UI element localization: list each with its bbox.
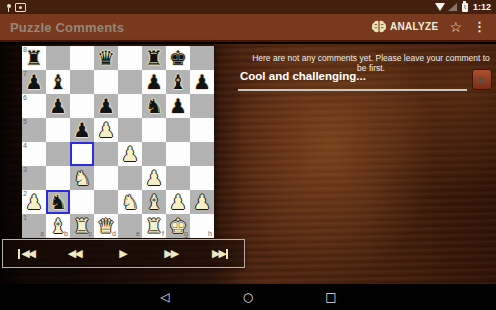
square-h8[interactable] [190, 46, 214, 70]
square-b4[interactable] [46, 142, 70, 166]
square-e5[interactable] [118, 118, 142, 142]
square-g5[interactable] [166, 118, 190, 142]
star-icon: ☆ [449, 19, 462, 35]
square-b6[interactable]: ♟ [46, 94, 70, 118]
black-knight-f6: ♞ [142, 94, 166, 118]
android-home-button[interactable]: ○ [241, 291, 255, 303]
page-title: Puzzle Comments [10, 20, 124, 35]
white-pawn-f3: ♟ [142, 166, 166, 190]
black-pawn-a7: ♟ [22, 70, 46, 94]
square-f1[interactable]: f♜ [142, 214, 166, 238]
android-back-button[interactable]: ◁ [158, 291, 172, 303]
square-c6[interactable] [70, 94, 94, 118]
analyze-button[interactable]: ANALYZE [371, 20, 438, 33]
square-e2[interactable]: ♞ [118, 190, 142, 214]
white-rook-c1: ♜ [70, 214, 94, 238]
square-g2[interactable]: ♟ [166, 190, 190, 214]
square-f2[interactable]: ♝ [142, 190, 166, 214]
square-d7[interactable] [94, 70, 118, 94]
square-g4[interactable] [166, 142, 190, 166]
wifi-icon [435, 3, 445, 11]
black-pawn-d6: ♟ [94, 94, 118, 118]
square-b1[interactable]: b♝ [46, 214, 70, 238]
rank-label-6: 6 [23, 94, 27, 102]
square-a5[interactable]: 5 [22, 118, 46, 142]
square-b7[interactable]: ♝ [46, 70, 70, 94]
white-king-g1: ♚ [166, 214, 190, 238]
square-h3[interactable] [190, 166, 214, 190]
square-c7[interactable] [70, 70, 94, 94]
step-forward-icon: ▶▶ [164, 248, 179, 259]
square-g7[interactable]: ♝ [166, 70, 190, 94]
white-pawn-a2: ♟ [22, 190, 46, 214]
square-f3[interactable]: ♟ [142, 166, 166, 190]
square-a7[interactable]: 7♟ [22, 70, 46, 94]
white-bishop-f2: ♝ [142, 190, 166, 214]
square-a2[interactable]: 2♟ [22, 190, 46, 214]
square-c2[interactable] [70, 190, 94, 214]
file-label-a: a [40, 230, 44, 238]
white-queen-d1: ♛ [94, 214, 118, 238]
square-d3[interactable] [94, 166, 118, 190]
square-h5[interactable] [190, 118, 214, 142]
send-arrow-icon: ▶ [478, 75, 486, 85]
rank-label-3: 3 [23, 166, 27, 174]
play-button[interactable]: ▶ [99, 240, 147, 267]
skip-to-end-button[interactable]: ▶▶ [196, 240, 244, 267]
pin-notification-icon [7, 4, 11, 8]
square-c4[interactable] [70, 142, 94, 166]
black-pawn-h7: ♟ [190, 70, 214, 94]
skip-to-start-icon: ◀◀ [21, 248, 36, 259]
black-pawn-g6: ♟ [166, 94, 190, 118]
square-b2[interactable]: ♞ [46, 190, 70, 214]
clock-time: 1:12 [473, 2, 491, 12]
android-navigation-bar: ◁ ○ □ [0, 284, 496, 310]
file-label-e: e [136, 230, 140, 238]
square-f8[interactable]: ♜ [142, 46, 166, 70]
step-back-button[interactable]: ◀◀ [51, 240, 99, 267]
recents-square-icon: □ [325, 290, 336, 304]
white-bishop-b1: ♝ [46, 214, 70, 238]
square-g8[interactable]: ♚ [166, 46, 190, 70]
comment-input-row: ▶ [238, 69, 492, 91]
no-cellular-signal-icon [448, 3, 457, 11]
rank-label-4: 4 [23, 142, 27, 150]
square-f4[interactable] [142, 142, 166, 166]
white-pawn-e4: ♟ [118, 142, 142, 166]
move-navigation-bar: ◀◀◀◀▶▶▶▶▶ [2, 239, 245, 268]
black-bishop-g7: ♝ [166, 70, 190, 94]
screenshot-camera-icon [15, 3, 26, 12]
square-h4[interactable] [190, 142, 214, 166]
square-c3[interactable]: ♞ [70, 166, 94, 190]
favorite-star-button[interactable]: ☆ [449, 20, 462, 34]
square-a6[interactable]: 6 [22, 94, 46, 118]
square-e8[interactable] [118, 46, 142, 70]
black-pawn-f7: ♟ [142, 70, 166, 94]
square-d5[interactable]: ♟ [94, 118, 118, 142]
square-a8[interactable]: 8♜ [22, 46, 46, 70]
status-bar: 1:12 [0, 0, 496, 14]
chess-board: 8♜♛♜♚7♟♝♟♝♟6♟♟♞♟5♟♟4♟3♞♟2♟♞♞♝♟♟1ab♝c♜d♛e… [22, 46, 214, 238]
square-c1[interactable]: c♜ [70, 214, 94, 238]
square-b3[interactable] [46, 166, 70, 190]
square-h6[interactable] [190, 94, 214, 118]
square-e3[interactable] [118, 166, 142, 190]
stop-bar [226, 249, 228, 259]
skip-to-end-icon: ▶▶ [212, 248, 227, 259]
square-b8[interactable] [46, 46, 70, 70]
square-d4[interactable] [94, 142, 118, 166]
home-circle-icon: ○ [243, 290, 253, 304]
square-a4[interactable]: 4 [22, 142, 46, 166]
square-a3[interactable]: 3 [22, 166, 46, 190]
black-queen-d8: ♛ [94, 46, 118, 70]
overflow-dots-icon: ⋮ [473, 19, 486, 34]
square-h2[interactable]: ♟ [190, 190, 214, 214]
black-rook-f8: ♜ [142, 46, 166, 70]
square-a1[interactable]: 1a [22, 214, 46, 238]
skip-to-start-button[interactable]: ◀◀ [3, 240, 51, 267]
black-bishop-b7: ♝ [46, 70, 70, 94]
comment-input[interactable] [238, 70, 467, 91]
square-c5[interactable]: ♟ [70, 118, 94, 142]
stop-bar [18, 249, 20, 259]
square-b5[interactable] [46, 118, 70, 142]
square-g3[interactable] [166, 166, 190, 190]
square-d8[interactable]: ♛ [94, 46, 118, 70]
play-icon: ▶ [119, 248, 127, 259]
white-pawn-g2: ♟ [166, 190, 190, 214]
square-d2[interactable] [94, 190, 118, 214]
app-bar-actions: ANALYZE ☆ ⋮ [371, 20, 486, 34]
rank-label-1: 1 [23, 214, 27, 222]
white-knight-e2: ♞ [118, 190, 142, 214]
square-e1[interactable]: e [118, 214, 142, 238]
square-h1[interactable]: h [190, 214, 214, 238]
square-g6[interactable]: ♟ [166, 94, 190, 118]
black-rook-a8: ♜ [22, 46, 46, 70]
analyze-label: ANALYZE [390, 21, 438, 32]
rank-label-5: 5 [23, 118, 27, 126]
black-king-g8: ♚ [166, 46, 190, 70]
black-pawn-c5: ♟ [70, 118, 94, 142]
battery-icon [462, 3, 468, 12]
white-rook-f1: ♜ [142, 214, 166, 238]
content-area: 8♜♛♜♚7♟♝♟♝♟6♟♟♞♟5♟♟4♟3♞♟2♟♞♞♝♟♟1ab♝c♜d♛e… [0, 44, 496, 284]
send-comment-button[interactable]: ▶ [472, 69, 492, 90]
status-bar-right: 1:12 [435, 2, 491, 12]
overflow-menu-button[interactable]: ⋮ [473, 20, 486, 33]
square-e7[interactable] [118, 70, 142, 94]
white-knight-c3: ♞ [70, 166, 94, 190]
square-e4[interactable]: ♟ [118, 142, 142, 166]
white-pawn-h2: ♟ [190, 190, 214, 214]
square-e6[interactable] [118, 94, 142, 118]
square-d6[interactable]: ♟ [94, 94, 118, 118]
black-knight-b2: ♞ [46, 190, 70, 214]
brain-icon [371, 20, 387, 33]
square-h7[interactable]: ♟ [190, 70, 214, 94]
white-pawn-d5: ♟ [94, 118, 118, 142]
step-forward-button[interactable]: ▶▶ [148, 240, 196, 267]
square-f5[interactable] [142, 118, 166, 142]
app-bar: Puzzle Comments ANALYZE ☆ ⋮ [0, 14, 496, 42]
square-d1[interactable]: d♛ [94, 214, 118, 238]
square-c8[interactable] [70, 46, 94, 70]
screen: 1:12 Puzzle Comments ANALYZE ☆ ⋮ 8♜♛♜♚7♟… [0, 0, 496, 310]
back-triangle-icon: ◁ [160, 290, 169, 304]
file-label-h: h [208, 230, 212, 238]
square-f7[interactable]: ♟ [142, 70, 166, 94]
android-recents-button[interactable]: □ [324, 291, 338, 303]
square-f6[interactable]: ♞ [142, 94, 166, 118]
black-pawn-b6: ♟ [46, 94, 70, 118]
square-g1[interactable]: g♚ [166, 214, 190, 238]
step-back-icon: ◀◀ [68, 248, 83, 259]
